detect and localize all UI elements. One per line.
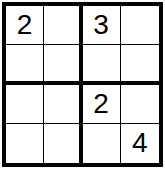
given-digit: 3 [93, 11, 109, 39]
cell-r3c2[interactable] [44, 85, 82, 124]
cell-r1c2[interactable] [44, 6, 82, 45]
cell-r1c3: 3 [83, 6, 121, 45]
cell-r4c1[interactable] [6, 124, 44, 163]
cell-r1c1: 2 [6, 6, 44, 45]
sudoku-board: 2324 [2, 2, 163, 167]
cell-r2c1[interactable] [6, 45, 44, 84]
cell-r4c3[interactable] [83, 124, 121, 163]
cell-r3c1[interactable] [6, 85, 44, 124]
cell-r2c3[interactable] [83, 45, 121, 84]
cell-r4c4: 4 [121, 124, 159, 163]
given-digit: 4 [132, 129, 148, 157]
cell-r2c4[interactable] [121, 45, 159, 84]
cell-r3c4[interactable] [121, 85, 159, 124]
cell-r2c2[interactable] [44, 45, 82, 84]
cell-r4c2[interactable] [44, 124, 82, 163]
cell-r1c4[interactable] [121, 6, 159, 45]
cell-r3c3: 2 [83, 85, 121, 124]
given-digit: 2 [17, 11, 33, 39]
sudoku-diagram: 2324 [0, 0, 165, 169]
given-digit: 2 [93, 90, 109, 118]
